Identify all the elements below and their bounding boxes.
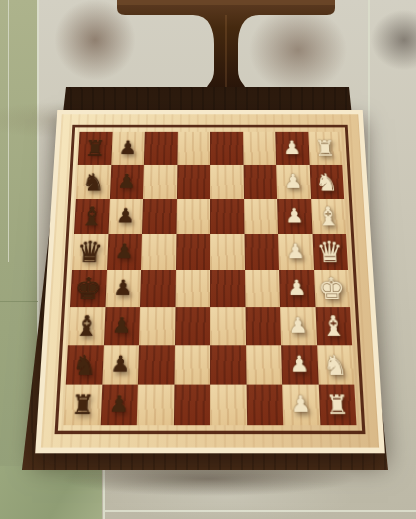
square-c7[interactable]: ♟: [108, 199, 143, 234]
tile-grout-line: [0, 301, 38, 302]
square-e7[interactable]: ♟: [105, 270, 141, 307]
square-c3[interactable]: [244, 199, 278, 234]
white-bishop[interactable]: ♝: [320, 312, 346, 340]
chess-board-photo: ♜♟♟♜♞♟♟♞♝♟♟♝♛♟♟♛♚♟♟♚♝♟♟♝♞♟♟♞♜♟♟♜: [0, 0, 416, 519]
black-pawn[interactable]: ♟: [112, 315, 132, 337]
square-e6[interactable]: [140, 270, 176, 307]
square-e1[interactable]: ♚: [314, 270, 351, 307]
black-pawn[interactable]: ♟: [119, 139, 138, 158]
square-a2[interactable]: ♟: [275, 132, 309, 165]
white-rook[interactable]: ♜: [314, 138, 336, 159]
square-d1[interactable]: ♛: [312, 234, 348, 270]
square-g3[interactable]: [246, 345, 283, 384]
square-c1[interactable]: ♝: [311, 199, 346, 234]
black-king[interactable]: ♚: [74, 273, 103, 303]
black-bishop[interactable]: ♝: [73, 312, 99, 340]
white-pawn[interactable]: ♟: [284, 172, 303, 191]
white-king[interactable]: ♚: [317, 273, 346, 303]
square-g4[interactable]: [210, 345, 246, 384]
square-g8[interactable]: ♞: [66, 345, 104, 384]
square-h8[interactable]: ♜: [64, 385, 102, 426]
square-c6[interactable]: [142, 199, 176, 234]
square-e4[interactable]: [210, 270, 245, 307]
black-pawn[interactable]: ♟: [110, 354, 130, 376]
square-h4[interactable]: [210, 385, 247, 426]
square-c8[interactable]: ♝: [74, 199, 109, 234]
square-e8[interactable]: ♚: [70, 270, 107, 307]
square-f6[interactable]: [139, 307, 175, 345]
square-f4[interactable]: [210, 307, 246, 345]
square-c4[interactable]: [210, 199, 244, 234]
square-a6[interactable]: [144, 132, 178, 165]
white-knight[interactable]: ♞: [315, 170, 339, 194]
square-g5[interactable]: [174, 345, 210, 384]
black-pawn[interactable]: ♟: [115, 242, 134, 262]
square-b8[interactable]: ♞: [76, 165, 111, 199]
square-g7[interactable]: ♟: [102, 345, 139, 384]
square-b7[interactable]: ♟: [109, 165, 143, 199]
square-f3[interactable]: [245, 307, 281, 345]
square-h2[interactable]: ♟: [282, 385, 320, 426]
tile-grout-line: [103, 510, 416, 512]
square-a8[interactable]: ♜: [78, 132, 112, 165]
square-b2[interactable]: ♟: [276, 165, 310, 199]
black-pawn[interactable]: ♟: [109, 393, 130, 416]
square-a4[interactable]: [210, 132, 243, 165]
square-e5[interactable]: [175, 270, 210, 307]
white-pawn[interactable]: ♟: [286, 242, 305, 262]
black-pawn[interactable]: ♟: [117, 172, 136, 191]
square-g2[interactable]: ♟: [281, 345, 318, 384]
white-knight[interactable]: ♞: [323, 351, 349, 379]
square-d2[interactable]: ♟: [278, 234, 313, 270]
square-f1[interactable]: ♝: [315, 307, 352, 345]
square-h3[interactable]: [246, 385, 283, 426]
black-bishop[interactable]: ♝: [79, 204, 104, 230]
table-pedestal-leg: [0, 0, 416, 100]
black-knight[interactable]: ♞: [82, 170, 106, 194]
white-pawn[interactable]: ♟: [285, 206, 304, 226]
black-rook[interactable]: ♜: [84, 138, 106, 159]
square-a3[interactable]: [243, 132, 277, 165]
black-queen[interactable]: ♛: [76, 237, 104, 266]
square-b1[interactable]: ♞: [309, 165, 344, 199]
white-pawn[interactable]: ♟: [283, 139, 302, 158]
square-f8[interactable]: ♝: [68, 307, 105, 345]
square-h1[interactable]: ♜: [318, 385, 356, 426]
square-h5[interactable]: [173, 385, 210, 426]
board-grid: ♜♟♟♜♞♟♟♞♝♟♟♝♛♟♟♛♚♟♟♚♝♟♟♝♞♟♟♞♜♟♟♜: [64, 132, 357, 425]
white-rook[interactable]: ♜: [325, 392, 349, 418]
square-e3[interactable]: [245, 270, 281, 307]
square-c2[interactable]: ♟: [277, 199, 312, 234]
square-g1[interactable]: ♞: [317, 345, 355, 384]
square-c5[interactable]: [176, 199, 210, 234]
square-f7[interactable]: ♟: [103, 307, 140, 345]
black-pawn[interactable]: ♟: [116, 206, 135, 226]
square-d4[interactable]: [210, 234, 245, 270]
square-d8[interactable]: ♛: [72, 234, 108, 270]
square-e2[interactable]: ♟: [279, 270, 315, 307]
white-bishop[interactable]: ♝: [316, 204, 341, 230]
black-rook[interactable]: ♜: [71, 392, 95, 418]
square-b6[interactable]: [143, 165, 177, 199]
square-a1[interactable]: ♜: [308, 132, 342, 165]
black-pawn[interactable]: ♟: [113, 278, 133, 299]
square-f5[interactable]: [174, 307, 210, 345]
square-d3[interactable]: [244, 234, 279, 270]
white-queen[interactable]: ♛: [316, 237, 344, 266]
square-b4[interactable]: [210, 165, 244, 199]
square-f2[interactable]: ♟: [280, 307, 317, 345]
white-pawn[interactable]: ♟: [287, 278, 307, 299]
chess-board: ♜♟♟♜♞♟♟♞♝♟♟♝♛♟♟♛♚♟♟♚♝♟♟♝♞♟♟♞♜♟♟♜: [35, 110, 385, 453]
square-d7[interactable]: ♟: [107, 234, 142, 270]
square-g6[interactable]: [138, 345, 175, 384]
square-b3[interactable]: [243, 165, 277, 199]
white-pawn[interactable]: ♟: [291, 393, 312, 416]
square-d5[interactable]: [176, 234, 211, 270]
square-a5[interactable]: [177, 132, 210, 165]
square-h7[interactable]: ♟: [100, 385, 138, 426]
white-pawn[interactable]: ♟: [289, 354, 309, 376]
square-a7[interactable]: ♟: [111, 132, 145, 165]
square-d6[interactable]: [141, 234, 176, 270]
square-h6[interactable]: [137, 385, 174, 426]
square-b5[interactable]: [176, 165, 210, 199]
black-knight[interactable]: ♞: [72, 351, 98, 379]
white-pawn[interactable]: ♟: [288, 315, 308, 337]
